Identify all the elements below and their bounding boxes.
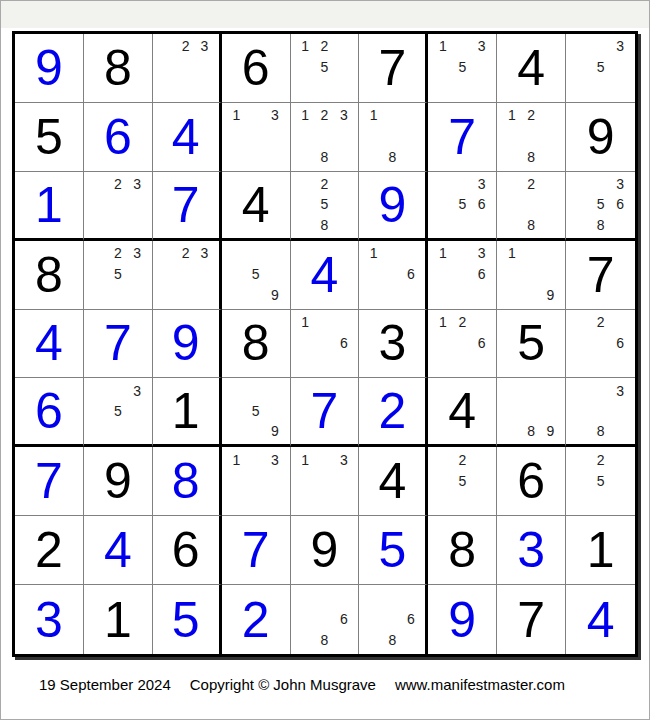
- cell-r4c7[interactable]: 136: [428, 241, 497, 310]
- given-digit: 4: [428, 378, 496, 444]
- cell-r5c7[interactable]: 126: [428, 310, 497, 379]
- candidate-digit: 3: [472, 174, 491, 194]
- candidate-digit: 3: [472, 243, 491, 264]
- entered-digit: 3: [497, 516, 565, 584]
- candidate-grid: 68: [359, 585, 425, 654]
- cell-r2c8[interactable]: 128: [497, 103, 566, 172]
- given-digit: 9: [566, 103, 635, 171]
- candidate-grid: 38: [566, 378, 635, 444]
- cell-r7c4[interactable]: 13: [222, 447, 291, 516]
- entered-digit: 9: [359, 172, 425, 238]
- cell-r3c2[interactable]: 23: [84, 172, 153, 241]
- entered-digit: 4: [15, 310, 83, 378]
- given-digit: 1: [84, 585, 152, 654]
- candidate-grid: 89: [497, 378, 565, 444]
- candidate-digit: 6: [472, 194, 491, 214]
- candidate-digit: 3: [610, 36, 630, 57]
- cell-r6c1[interactable]: 6: [15, 378, 84, 447]
- candidate-grid: 28: [497, 172, 565, 238]
- cell-r1c8[interactable]: 4: [497, 34, 566, 103]
- cell-r1c7[interactable]: 135: [428, 34, 497, 103]
- candidate-digit: 3: [610, 380, 630, 400]
- candidate-digit: 2: [315, 36, 334, 57]
- top-strip: [1, 1, 649, 28]
- entered-digit: 7: [15, 447, 83, 515]
- candidate-digit: 2: [453, 449, 472, 470]
- cell-r8c1[interactable]: 2: [15, 516, 84, 585]
- cell-r1c6[interactable]: 7: [359, 34, 428, 103]
- cell-r9c9[interactable]: 4: [566, 585, 635, 654]
- candidate-digit: 6: [610, 333, 630, 354]
- given-digit: 5: [15, 103, 83, 171]
- candidate-digit: 3: [265, 449, 284, 470]
- cell-r2c1[interactable]: 5: [15, 103, 84, 172]
- cell-r7c5[interactable]: 13: [291, 447, 360, 516]
- cell-r3c9[interactable]: 3568: [566, 172, 635, 241]
- footer-copyright: Copyright © John Musgrave: [190, 676, 376, 693]
- candidate-digit: 8: [591, 421, 611, 441]
- cell-r2c9[interactable]: 9: [566, 103, 635, 172]
- entered-digit: 9: [15, 34, 83, 102]
- candidate-digit: 5: [591, 57, 611, 78]
- given-digit: 1: [566, 516, 635, 584]
- cell-r7c1[interactable]: 7: [15, 447, 84, 516]
- cell-r9c3[interactable]: 5: [153, 585, 222, 654]
- candidate-digit: 5: [453, 470, 472, 491]
- entered-digit: 2: [222, 585, 290, 654]
- cell-r8c9[interactable]: 1: [566, 516, 635, 585]
- candidate-digit: 9: [541, 285, 560, 306]
- candidate-digit: 1: [433, 36, 452, 57]
- entered-digit: 2: [359, 378, 425, 444]
- candidate-digit: 1: [502, 105, 521, 126]
- candidate-grid: 59: [222, 241, 290, 309]
- cell-r4c6[interactable]: 16: [359, 241, 428, 310]
- candidate-grid: 135: [428, 34, 496, 102]
- cell-r3c5[interactable]: 258: [291, 172, 360, 241]
- candidate-digit: 3: [334, 105, 353, 126]
- candidate-digit: 3: [127, 380, 146, 400]
- candidate-grid: 18: [359, 103, 425, 171]
- candidate-grid: 23: [153, 241, 219, 309]
- cell-r6c6[interactable]: 2: [359, 378, 428, 447]
- cell-r6c3[interactable]: 1: [153, 378, 222, 447]
- candidate-digit: 9: [265, 285, 284, 306]
- cell-r2c2[interactable]: 6: [84, 103, 153, 172]
- cell-r2c7[interactable]: 7: [428, 103, 497, 172]
- candidate-digit: 3: [127, 174, 146, 194]
- entered-digit: 7: [291, 378, 359, 444]
- cell-r1c3[interactable]: 23: [153, 34, 222, 103]
- candidate-digit: 8: [383, 147, 402, 168]
- candidate-digit: 2: [522, 105, 541, 126]
- cell-r4c1[interactable]: 8: [15, 241, 84, 310]
- candidate-grid: 136: [428, 241, 496, 309]
- candidate-digit: 6: [472, 264, 491, 285]
- entered-digit: 4: [291, 241, 359, 309]
- candidate-digit: 2: [315, 105, 334, 126]
- candidate-grid: 258: [291, 172, 359, 238]
- candidate-grid: 68: [291, 585, 359, 654]
- candidate-digit: 5: [108, 401, 127, 421]
- entered-digit: 7: [428, 103, 496, 171]
- candidate-digit: 8: [522, 421, 541, 441]
- cell-r3c3[interactable]: 7: [153, 172, 222, 241]
- candidate-grid: 59: [222, 378, 290, 444]
- candidate-digit: 8: [522, 214, 541, 234]
- entered-digit: 5: [153, 585, 219, 654]
- given-digit: 7: [359, 34, 425, 102]
- page: 9823612571354355641312381871289123742589…: [0, 0, 650, 720]
- candidate-digit: 3: [472, 36, 491, 57]
- candidate-digit: 1: [296, 36, 315, 57]
- candidate-digit: 2: [108, 243, 127, 264]
- candidate-digit: 2: [108, 174, 127, 194]
- cell-r7c7[interactable]: 25: [428, 447, 497, 516]
- cell-r3c4[interactable]: 4: [222, 172, 291, 241]
- entered-digit: 7: [222, 516, 290, 584]
- cell-r6c9[interactable]: 38: [566, 378, 635, 447]
- candidate-digit: 6: [334, 608, 353, 629]
- candidate-grid: 1238: [291, 103, 359, 171]
- cell-r1c2[interactable]: 8: [84, 34, 153, 103]
- cell-r3c8[interactable]: 28: [497, 172, 566, 241]
- entered-digit: 9: [428, 585, 496, 654]
- cell-r7c9[interactable]: 25: [566, 447, 635, 516]
- candidate-digit: 3: [127, 243, 146, 264]
- cell-r4c4[interactable]: 59: [222, 241, 291, 310]
- given-digit: 5: [497, 310, 565, 378]
- candidate-digit: 6: [472, 333, 491, 354]
- entered-digit: 9: [153, 310, 219, 378]
- entered-digit: 7: [153, 172, 219, 238]
- candidate-grid: 35: [84, 378, 152, 444]
- candidate-grid: 13: [222, 103, 290, 171]
- given-digit: 9: [84, 447, 152, 515]
- candidate-digit: 8: [522, 147, 541, 168]
- candidate-grid: 25: [428, 447, 496, 515]
- entered-digit: 5: [359, 516, 425, 584]
- cell-r8c3[interactable]: 6: [153, 516, 222, 585]
- given-digit: 6: [222, 34, 290, 102]
- candidate-digit: 5: [246, 264, 265, 285]
- candidate-digit: 5: [453, 194, 472, 214]
- candidate-digit: 1: [296, 312, 315, 333]
- given-digit: 8: [84, 34, 152, 102]
- cell-r3c1[interactable]: 1: [15, 172, 84, 241]
- candidate-grid: 128: [497, 103, 565, 171]
- footer-date: 19 September 2024: [39, 676, 171, 693]
- candidate-digit: 3: [195, 36, 214, 57]
- cell-r5c2[interactable]: 7: [84, 310, 153, 379]
- entered-digit: 4: [566, 585, 635, 654]
- cell-r1c5[interactable]: 125: [291, 34, 360, 103]
- candidate-grid: 35: [566, 34, 635, 102]
- footer-website: www.manifestmaster.com: [395, 676, 565, 693]
- given-digit: 8: [15, 241, 83, 309]
- candidate-grid: 13: [222, 447, 290, 515]
- candidate-digit: 5: [246, 401, 265, 421]
- candidate-digit: 5: [315, 57, 334, 78]
- candidate-digit: 2: [315, 174, 334, 194]
- candidate-grid: 25: [566, 447, 635, 515]
- entered-digit: 8: [153, 447, 219, 515]
- given-digit: 4: [497, 34, 565, 102]
- cell-r1c1[interactable]: 9: [15, 34, 84, 103]
- entered-digit: 6: [84, 103, 152, 171]
- candidate-digit: 5: [108, 264, 127, 285]
- candidate-grid: 23: [84, 172, 152, 238]
- candidate-digit: 1: [433, 312, 452, 333]
- entered-digit: 1: [15, 172, 83, 238]
- candidate-digit: 3: [195, 243, 214, 264]
- given-digit: 3: [359, 310, 425, 378]
- cell-r4c9[interactable]: 7: [566, 241, 635, 310]
- candidate-digit: 5: [591, 194, 611, 214]
- candidate-digit: 2: [453, 312, 472, 333]
- given-digit: 6: [153, 516, 219, 584]
- candidate-digit: 1: [227, 105, 246, 126]
- candidate-grid: 16: [291, 310, 359, 378]
- candidate-digit: 5: [315, 194, 334, 214]
- candidate-digit: 8: [315, 147, 334, 168]
- cell-r8c2[interactable]: 4: [84, 516, 153, 585]
- candidate-digit: 6: [334, 333, 353, 354]
- candidate-digit: 2: [591, 312, 611, 333]
- cell-r2c3[interactable]: 4: [153, 103, 222, 172]
- candidate-digit: 8: [591, 214, 611, 234]
- cell-r3c6[interactable]: 9: [359, 172, 428, 241]
- candidate-grid: 125: [291, 34, 359, 102]
- given-digit: 1: [153, 378, 219, 444]
- cell-r7c2[interactable]: 9: [84, 447, 153, 516]
- cell-r2c5[interactable]: 1238: [291, 103, 360, 172]
- candidate-digit: 8: [383, 630, 402, 651]
- entered-digit: 7: [84, 310, 152, 378]
- candidate-grid: 23: [153, 34, 219, 102]
- sudoku-board: 9823612571354355641312381871289123742589…: [12, 31, 638, 657]
- cell-r4c3[interactable]: 23: [153, 241, 222, 310]
- candidate-grid: 19: [497, 241, 565, 309]
- candidate-digit: 1: [364, 105, 383, 126]
- given-digit: 4: [359, 447, 425, 515]
- candidate-grid: 16: [359, 241, 425, 309]
- cell-r8c7[interactable]: 8: [428, 516, 497, 585]
- candidate-grid: 3568: [566, 172, 635, 238]
- cell-r8c5[interactable]: 9: [291, 516, 360, 585]
- cell-r5c1[interactable]: 4: [15, 310, 84, 379]
- cell-r8c8[interactable]: 3: [497, 516, 566, 585]
- given-digit: 6: [497, 447, 565, 515]
- candidate-grid: 26: [566, 310, 635, 378]
- cell-r5c5[interactable]: 16: [291, 310, 360, 379]
- cell-r8c4[interactable]: 7: [222, 516, 291, 585]
- candidate-digit: 6: [402, 608, 421, 629]
- given-digit: 7: [566, 241, 635, 309]
- candidate-digit: 1: [364, 243, 383, 264]
- candidate-digit: 5: [453, 57, 472, 78]
- given-digit: 2: [15, 516, 83, 584]
- cell-r3c7[interactable]: 356: [428, 172, 497, 241]
- cell-r2c4[interactable]: 13: [222, 103, 291, 172]
- entered-digit: 4: [153, 103, 219, 171]
- cell-r5c6[interactable]: 3: [359, 310, 428, 379]
- candidate-grid: 356: [428, 172, 496, 238]
- candidate-digit: 3: [334, 449, 353, 470]
- candidate-digit: 2: [591, 449, 611, 470]
- cell-r5c4[interactable]: 8: [222, 310, 291, 379]
- footer: 19 September 2024 Copyright © John Musgr…: [39, 676, 565, 693]
- candidate-digit: 6: [402, 264, 421, 285]
- candidate-digit: 8: [315, 214, 334, 234]
- cell-r9c5[interactable]: 68: [291, 585, 360, 654]
- cell-r4c2[interactable]: 235: [84, 241, 153, 310]
- candidate-digit: 6: [610, 194, 630, 214]
- cell-r9c4[interactable]: 2: [222, 585, 291, 654]
- given-digit: 7: [497, 585, 565, 654]
- cell-r4c5[interactable]: 4: [291, 241, 360, 310]
- candidate-digit: 1: [296, 449, 315, 470]
- candidate-digit: 1: [296, 105, 315, 126]
- cell-r5c9[interactable]: 26: [566, 310, 635, 379]
- cell-r9c2[interactable]: 1: [84, 585, 153, 654]
- entered-digit: 4: [84, 516, 152, 584]
- cell-r5c8[interactable]: 5: [497, 310, 566, 379]
- cell-r6c8[interactable]: 89: [497, 378, 566, 447]
- candidate-digit: 9: [541, 421, 560, 441]
- cell-r7c8[interactable]: 6: [497, 447, 566, 516]
- candidate-digit: 8: [315, 630, 334, 651]
- cell-r6c2[interactable]: 35: [84, 378, 153, 447]
- candidate-digit: 2: [176, 36, 195, 57]
- cell-r7c3[interactable]: 8: [153, 447, 222, 516]
- cell-r9c1[interactable]: 3: [15, 585, 84, 654]
- candidate-digit: 1: [433, 243, 452, 264]
- candidate-grid: 235: [84, 241, 152, 309]
- cell-r5c3[interactable]: 9: [153, 310, 222, 379]
- candidate-digit: 1: [227, 449, 246, 470]
- cell-r6c4[interactable]: 59: [222, 378, 291, 447]
- candidate-digit: 2: [522, 174, 541, 194]
- candidate-grid: 13: [291, 447, 359, 515]
- cell-r6c5[interactable]: 7: [291, 378, 360, 447]
- candidate-digit: 9: [265, 421, 284, 441]
- cell-r9c8[interactable]: 7: [497, 585, 566, 654]
- given-digit: 9: [291, 516, 359, 584]
- given-digit: 4: [222, 172, 290, 238]
- candidate-digit: 1: [502, 243, 521, 264]
- candidate-digit: 5: [591, 470, 611, 491]
- cell-r4c8[interactable]: 19: [497, 241, 566, 310]
- cell-r7c6[interactable]: 4: [359, 447, 428, 516]
- given-digit: 8: [428, 516, 496, 584]
- cell-r1c4[interactable]: 6: [222, 34, 291, 103]
- entered-digit: 6: [15, 378, 83, 444]
- candidate-digit: 3: [265, 105, 284, 126]
- candidate-grid: 126: [428, 310, 496, 378]
- cell-r1c9[interactable]: 35: [566, 34, 635, 103]
- given-digit: 8: [222, 310, 290, 378]
- candidate-digit: 3: [610, 174, 630, 194]
- cell-r9c6[interactable]: 68: [359, 585, 428, 654]
- candidate-digit: 2: [176, 243, 195, 264]
- cell-r6c7[interactable]: 4: [428, 378, 497, 447]
- cell-r8c6[interactable]: 5: [359, 516, 428, 585]
- cell-r2c6[interactable]: 18: [359, 103, 428, 172]
- cell-r9c7[interactable]: 9: [428, 585, 497, 654]
- entered-digit: 3: [15, 585, 83, 654]
